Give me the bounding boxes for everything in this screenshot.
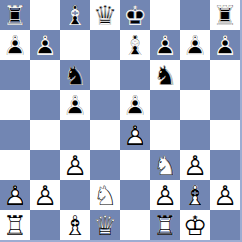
piece-glyph-outline: ♙ bbox=[30, 30, 60, 60]
square-e6[interactable] bbox=[120, 60, 150, 90]
square-d6[interactable] bbox=[90, 60, 120, 90]
piece-white-king[interactable]: ♚♔ bbox=[180, 210, 210, 240]
piece-glyph-outline: ♙ bbox=[120, 90, 150, 120]
square-g6[interactable] bbox=[180, 60, 210, 90]
piece-black-knight[interactable]: ♞♘ bbox=[60, 60, 90, 90]
piece-glyph-outline: ♙ bbox=[180, 150, 210, 180]
square-c3[interactable]: ♟♙ bbox=[60, 150, 90, 180]
piece-glyph-outline: ♙ bbox=[60, 150, 90, 180]
square-c1[interactable]: ♝♗ bbox=[60, 210, 90, 240]
square-h8[interactable]: ♜♖ bbox=[210, 0, 240, 30]
piece-glyph-outline: ♗ bbox=[60, 210, 90, 240]
piece-black-rook[interactable]: ♜♖ bbox=[210, 0, 240, 30]
square-b3[interactable] bbox=[30, 150, 60, 180]
piece-glyph-outline: ♗ bbox=[180, 180, 210, 210]
square-h4[interactable] bbox=[210, 120, 240, 150]
piece-black-pawn[interactable]: ♟♙ bbox=[60, 90, 90, 120]
piece-glyph-outline: ♙ bbox=[210, 30, 240, 60]
piece-black-pawn[interactable]: ♟♙ bbox=[150, 30, 180, 60]
square-h7[interactable]: ♟♙ bbox=[210, 30, 240, 60]
piece-black-pawn[interactable]: ♟♙ bbox=[120, 90, 150, 120]
square-f3[interactable]: ♞♘ bbox=[150, 150, 180, 180]
square-b6[interactable] bbox=[30, 60, 60, 90]
square-a1[interactable]: ♜♖ bbox=[0, 210, 30, 240]
piece-glyph-outline: ♘ bbox=[150, 60, 180, 90]
square-c2[interactable] bbox=[60, 180, 90, 210]
piece-glyph-outline: ♙ bbox=[60, 90, 90, 120]
square-d1[interactable]: ♛♕ bbox=[90, 210, 120, 240]
square-f4[interactable] bbox=[150, 120, 180, 150]
square-g8[interactable] bbox=[180, 0, 210, 30]
piece-glyph-outline: ♖ bbox=[0, 0, 30, 30]
square-d4[interactable] bbox=[90, 120, 120, 150]
piece-glyph-outline: ♖ bbox=[210, 0, 240, 30]
square-g7[interactable]: ♟♙ bbox=[180, 30, 210, 60]
piece-white-pawn[interactable]: ♟♙ bbox=[30, 180, 60, 210]
piece-black-queen[interactable]: ♛♕ bbox=[90, 0, 120, 30]
square-g5[interactable] bbox=[180, 90, 210, 120]
square-e4[interactable]: ♟♙ bbox=[120, 120, 150, 150]
square-b7[interactable]: ♟♙ bbox=[30, 30, 60, 60]
piece-glyph-outline: ♙ bbox=[210, 180, 240, 210]
square-g4[interactable] bbox=[180, 120, 210, 150]
square-b2[interactable]: ♟♙ bbox=[30, 180, 60, 210]
piece-glyph-outline: ♗ bbox=[60, 0, 90, 30]
square-e8[interactable]: ♚♔ bbox=[120, 0, 150, 30]
square-d7[interactable] bbox=[90, 30, 120, 60]
piece-glyph-outline: ♙ bbox=[150, 30, 180, 60]
piece-glyph-outline: ♘ bbox=[150, 150, 180, 180]
piece-black-bishop[interactable]: ♝♗ bbox=[120, 30, 150, 60]
piece-white-rook[interactable]: ♜♖ bbox=[0, 210, 30, 240]
square-a8[interactable]: ♜♖ bbox=[0, 0, 30, 30]
square-e2[interactable] bbox=[120, 180, 150, 210]
piece-black-bishop[interactable]: ♝♗ bbox=[60, 0, 90, 30]
square-g2[interactable]: ♝♗ bbox=[180, 180, 210, 210]
piece-black-pawn[interactable]: ♟♙ bbox=[0, 30, 30, 60]
square-f7[interactable]: ♟♙ bbox=[150, 30, 180, 60]
piece-glyph-outline: ♘ bbox=[60, 60, 90, 90]
square-c6[interactable]: ♞♘ bbox=[60, 60, 90, 90]
piece-white-knight[interactable]: ♞♘ bbox=[90, 180, 120, 210]
square-e3[interactable] bbox=[120, 150, 150, 180]
square-h5[interactable] bbox=[210, 90, 240, 120]
square-c8[interactable]: ♝♗ bbox=[60, 0, 90, 30]
square-g3[interactable]: ♟♙ bbox=[180, 150, 210, 180]
square-b8[interactable] bbox=[30, 0, 60, 30]
square-f8[interactable] bbox=[150, 0, 180, 30]
piece-white-pawn[interactable]: ♟♙ bbox=[210, 180, 240, 210]
square-d2[interactable]: ♞♘ bbox=[90, 180, 120, 210]
piece-black-pawn[interactable]: ♟♙ bbox=[210, 30, 240, 60]
piece-glyph-outline: ♕ bbox=[90, 210, 120, 240]
square-h2[interactable]: ♟♙ bbox=[210, 180, 240, 210]
square-a5[interactable] bbox=[0, 90, 30, 120]
piece-white-pawn[interactable]: ♟♙ bbox=[60, 150, 90, 180]
square-h6[interactable] bbox=[210, 60, 240, 90]
piece-black-pawn[interactable]: ♟♙ bbox=[180, 30, 210, 60]
piece-black-rook[interactable]: ♜♖ bbox=[0, 0, 30, 30]
square-c7[interactable] bbox=[60, 30, 90, 60]
square-a6[interactable] bbox=[0, 60, 30, 90]
piece-white-knight[interactable]: ♞♘ bbox=[150, 150, 180, 180]
square-f1[interactable]: ♜♖ bbox=[150, 210, 180, 240]
square-f5[interactable] bbox=[150, 90, 180, 120]
piece-glyph-outline: ♘ bbox=[90, 180, 120, 210]
piece-glyph-outline: ♗ bbox=[120, 30, 150, 60]
piece-glyph-outline: ♖ bbox=[150, 210, 180, 240]
piece-white-pawn[interactable]: ♟♙ bbox=[0, 180, 30, 210]
square-f2[interactable]: ♟♙ bbox=[150, 180, 180, 210]
square-f6[interactable]: ♞♘ bbox=[150, 60, 180, 90]
square-d5[interactable] bbox=[90, 90, 120, 120]
piece-white-bishop[interactable]: ♝♗ bbox=[60, 210, 90, 240]
square-a4[interactable] bbox=[0, 120, 30, 150]
square-a2[interactable]: ♟♙ bbox=[0, 180, 30, 210]
square-c4[interactable] bbox=[60, 120, 90, 150]
piece-white-pawn[interactable]: ♟♙ bbox=[120, 120, 150, 150]
piece-white-queen[interactable]: ♛♕ bbox=[90, 210, 120, 240]
piece-glyph-outline: ♖ bbox=[0, 210, 30, 240]
piece-white-rook[interactable]: ♜♖ bbox=[150, 210, 180, 240]
square-d8[interactable]: ♛♕ bbox=[90, 0, 120, 30]
piece-glyph-outline: ♙ bbox=[30, 180, 60, 210]
square-e1[interactable] bbox=[120, 210, 150, 240]
square-h1[interactable] bbox=[210, 210, 240, 240]
square-c5[interactable]: ♟♙ bbox=[60, 90, 90, 120]
piece-white-pawn[interactable]: ♟♙ bbox=[180, 150, 210, 180]
square-d3[interactable] bbox=[90, 150, 120, 180]
square-a3[interactable] bbox=[0, 150, 30, 180]
piece-black-knight[interactable]: ♞♘ bbox=[150, 60, 180, 90]
piece-glyph-outline: ♙ bbox=[120, 120, 150, 150]
square-b1[interactable] bbox=[30, 210, 60, 240]
square-h3[interactable] bbox=[210, 150, 240, 180]
piece-glyph-outline: ♙ bbox=[0, 180, 30, 210]
piece-white-pawn[interactable]: ♟♙ bbox=[150, 180, 180, 210]
square-b4[interactable] bbox=[30, 120, 60, 150]
piece-glyph-outline: ♙ bbox=[0, 30, 30, 60]
chess-board: ♜♖♝♗♛♕♚♔♜♖♟♙♟♙♝♗♟♙♟♙♟♙♞♘♞♘♟♙♟♙♟♙♟♙♞♘♟♙♟♙… bbox=[0, 0, 242, 242]
piece-glyph-outline: ♕ bbox=[90, 0, 120, 30]
square-b5[interactable] bbox=[30, 90, 60, 120]
piece-glyph-outline: ♙ bbox=[180, 30, 210, 60]
piece-glyph-outline: ♙ bbox=[150, 180, 180, 210]
square-g1[interactable]: ♚♔ bbox=[180, 210, 210, 240]
square-a7[interactable]: ♟♙ bbox=[0, 30, 30, 60]
piece-black-king[interactable]: ♚♔ bbox=[120, 0, 150, 30]
piece-white-bishop[interactable]: ♝♗ bbox=[180, 180, 210, 210]
piece-glyph-outline: ♔ bbox=[180, 210, 210, 240]
square-e7[interactable]: ♝♗ bbox=[120, 30, 150, 60]
piece-glyph-outline: ♔ bbox=[120, 0, 150, 30]
square-e5[interactable]: ♟♙ bbox=[120, 90, 150, 120]
piece-black-pawn[interactable]: ♟♙ bbox=[30, 30, 60, 60]
